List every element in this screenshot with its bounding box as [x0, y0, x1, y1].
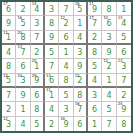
digit: 1 [63, 49, 68, 57]
digit: 7 [20, 49, 25, 57]
digit: 5 [92, 63, 97, 71]
cell-r7c1[interactable]: 7 [2, 88, 16, 102]
cell-r4c4[interactable]: 5 [45, 45, 59, 59]
cell-r1c1[interactable]: 176 [2, 2, 16, 16]
cage-sum: 29 [32, 74, 37, 78]
digit: 1 [20, 106, 25, 114]
cage-sum: 12 [103, 59, 108, 63]
digit: 2 [49, 121, 54, 129]
digit: 2 [20, 6, 25, 14]
digit: 7 [34, 34, 39, 42]
cage-sum: 11 [89, 2, 94, 6]
digit: 9 [20, 92, 25, 100]
digit: 1 [34, 63, 39, 71]
cage-sum: 20 [17, 31, 22, 35]
digit: 5 [6, 77, 11, 85]
cage-sum: 11 [3, 31, 8, 35]
cell-r4c6[interactable]: 3 [74, 45, 88, 59]
cage-sum: 12 [60, 16, 65, 20]
cell-r7c8[interactable]: 4 [102, 88, 116, 102]
cell-r8c5[interactable]: 3 [59, 102, 73, 116]
cage-sum: 16 [60, 117, 65, 121]
digit: 4 [6, 49, 11, 57]
cell-r5c4[interactable]: 7 [45, 59, 59, 73]
digit: 5 [20, 20, 25, 28]
cell-r7c9[interactable]: 2 [117, 88, 131, 102]
cell-r4c2[interactable]: 137 [16, 45, 30, 59]
cell-r6c2[interactable]: 103 [16, 74, 30, 88]
digit: 3 [106, 34, 111, 42]
cell-r8c8[interactable]: 5 [102, 102, 116, 116]
digit: 6 [121, 49, 126, 57]
cell-r9c4[interactable]: 2 [45, 117, 59, 131]
cell-r9c7[interactable]: 1 [88, 117, 102, 131]
digit: 1 [121, 6, 126, 14]
digit: 1 [6, 34, 11, 42]
cell-r6c6[interactable]: 122 [74, 74, 88, 88]
digit: 6 [49, 77, 54, 85]
digit: 4 [106, 92, 111, 100]
digit: 4 [49, 106, 54, 114]
digit: 4 [77, 34, 82, 42]
cage-sum: 16 [17, 16, 22, 20]
cell-r4c8[interactable]: 9 [102, 45, 116, 59]
cell-r9c3[interactable]: 5 [31, 117, 45, 131]
cell-r2c4[interactable]: 8 [45, 16, 59, 30]
digit: 8 [20, 34, 25, 42]
cell-r3c5[interactable]: 6 [59, 31, 73, 45]
cell-r3c1[interactable]: 111 [2, 31, 16, 45]
digit: 2 [6, 106, 11, 114]
digit: 4 [121, 20, 126, 28]
cell-r4c7[interactable]: 8 [88, 45, 102, 59]
digit: 9 [34, 77, 39, 85]
digit: 9 [63, 121, 68, 129]
cage-sum: 17 [3, 2, 8, 6]
cell-r1c4[interactable]: 3 [45, 2, 59, 16]
digit: 6 [34, 92, 39, 100]
cage-sum: 14 [3, 74, 8, 78]
digit: 3 [6, 121, 11, 129]
cell-r2c3[interactable]: 3 [31, 16, 45, 30]
cell-r3c6[interactable]: 4 [74, 31, 88, 45]
cage-sum: 14 [32, 2, 37, 6]
digit: 1 [92, 121, 97, 129]
digit: 6 [20, 63, 25, 71]
digit: 9 [49, 34, 54, 42]
digit: 8 [63, 77, 68, 85]
cell-r5c8[interactable]: 122 [102, 59, 116, 73]
cell-r6c8[interactable]: 1 [102, 74, 116, 88]
digit: 6 [6, 6, 11, 14]
cell-r1c6[interactable]: 165 [74, 2, 88, 16]
digit: 9 [77, 63, 82, 71]
cell-r7c3[interactable]: 6 [31, 88, 45, 102]
digit: 9 [92, 6, 97, 14]
cell-r9c9[interactable]: 8 [117, 117, 131, 131]
digit: 5 [77, 6, 82, 14]
cage-sum: 13 [118, 16, 123, 20]
cell-r5c3[interactable]: 201 [31, 59, 45, 73]
cage-sum: 10 [17, 74, 22, 78]
digit: 5 [34, 121, 39, 129]
digit: 7 [77, 106, 82, 114]
digit: 3 [77, 49, 82, 57]
cell-r4c5[interactable]: 1 [59, 45, 73, 59]
digit: 7 [6, 92, 11, 100]
cell-r2c2[interactable]: 165 [16, 16, 30, 30]
cell-r2c1[interactable]: 9 [2, 16, 16, 30]
cage-sum: 10 [103, 16, 108, 20]
cell-r6c4[interactable]: 136 [45, 74, 59, 88]
cell-r9c1[interactable]: 123 [2, 117, 16, 131]
cell-r9c5[interactable]: 169 [59, 117, 73, 131]
cell-r8c9[interactable]: 249 [117, 102, 131, 116]
digit: 7 [63, 6, 68, 14]
cell-r5c9[interactable]: 133 [117, 59, 131, 73]
digit: 6 [92, 106, 97, 114]
cell-r2c7[interactable]: 177 [88, 16, 102, 30]
cage-sum: 12 [3, 117, 8, 121]
digit: 8 [49, 20, 54, 28]
digit: 2 [63, 20, 68, 28]
cage-sum: 24 [118, 102, 123, 106]
digit: 9 [121, 106, 126, 114]
cell-r8c1[interactable]: 2 [2, 102, 16, 116]
digit: 5 [121, 34, 126, 42]
digit: 5 [63, 92, 68, 100]
cell-r1c2[interactable]: 2 [16, 2, 30, 16]
digit: 3 [92, 92, 97, 100]
cage-sum: 16 [75, 102, 80, 106]
cell-r7c2[interactable]: 9 [16, 88, 30, 102]
cage-sum: 16 [75, 2, 80, 6]
cell-r8c2[interactable]: 1 [16, 102, 30, 116]
cell-r7c7[interactable]: 3 [88, 88, 102, 102]
digit: 7 [121, 77, 126, 85]
cell-r5c2[interactable]: 6 [16, 59, 30, 73]
cell-r9c6[interactable]: 6 [74, 117, 88, 131]
cage-sum: 13 [118, 59, 123, 63]
cell-r7c4[interactable]: 111 [45, 88, 59, 102]
cell-r2c9[interactable]: 134 [117, 16, 131, 30]
cell-r8c6[interactable]: 167 [74, 102, 88, 116]
cell-r2c8[interactable]: 106 [102, 16, 116, 30]
digit: 7 [92, 20, 97, 28]
cell-r6c1[interactable]: 145 [2, 74, 16, 88]
cell-r8c3[interactable]: 8 [31, 102, 45, 116]
cage-sum: 13 [17, 45, 22, 49]
digit: 2 [77, 77, 82, 85]
digit: 6 [77, 121, 82, 129]
digit: 7 [49, 63, 54, 71]
cage-sum: 13 [46, 74, 51, 78]
digit: 2 [34, 49, 39, 57]
cell-r3c2[interactable]: 208 [16, 31, 30, 45]
cell-r9c2[interactable]: 4 [16, 117, 30, 131]
cell-r4c3[interactable]: 2 [31, 45, 45, 59]
digit: 1 [106, 77, 111, 85]
cell-r9c8[interactable]: 7 [102, 117, 116, 131]
digit: 1 [77, 20, 82, 28]
cell-r5c1[interactable]: 8 [2, 59, 16, 73]
digit: 4 [63, 63, 68, 71]
cell-r3c9[interactable]: 5 [117, 31, 131, 45]
digit: 5 [106, 106, 111, 114]
digit: 4 [20, 121, 25, 129]
cell-r4c9[interactable]: 6 [117, 45, 131, 59]
cell-r3c7[interactable]: 2 [88, 31, 102, 45]
digit: 3 [121, 63, 126, 71]
cell-r5c5[interactable]: 4 [59, 59, 73, 73]
cell-r6c7[interactable]: 4 [88, 74, 102, 88]
digit: 6 [63, 34, 68, 42]
cage-sum: 11 [46, 88, 51, 92]
cell-r6c5[interactable]: 8 [59, 74, 73, 88]
cell-r1c5[interactable]: 7 [59, 2, 73, 16]
cell-r3c8[interactable]: 3 [102, 31, 116, 45]
cell-r5c6[interactable]: 9 [74, 59, 88, 73]
digit: 3 [49, 6, 54, 14]
cell-r7c5[interactable]: 5 [59, 88, 73, 102]
digit: 4 [34, 6, 39, 14]
digit: 4 [92, 77, 97, 85]
cell-r3c3[interactable]: 7 [31, 31, 45, 45]
digit: 6 [106, 20, 111, 28]
digit: 8 [6, 63, 11, 71]
cell-r4c1[interactable]: 4 [2, 45, 16, 59]
cell-r8c4[interactable]: 4 [45, 102, 59, 116]
digit: 8 [34, 106, 39, 114]
cage-sum: 17 [89, 16, 94, 20]
cage-sum: 12 [75, 74, 80, 78]
digit: 9 [106, 49, 111, 57]
digit: 8 [121, 121, 126, 129]
cell-r6c9[interactable]: 7 [117, 74, 131, 88]
cell-r2c5[interactable]: 122 [59, 16, 73, 30]
sudoku-board: 1762144371651198191653812211771061341112… [0, 0, 133, 133]
cell-r1c8[interactable]: 8 [102, 2, 116, 16]
digit: 5 [49, 49, 54, 57]
cell-r1c7[interactable]: 119 [88, 2, 102, 16]
digit: 2 [121, 92, 126, 100]
digit: 2 [92, 34, 97, 42]
digit: 2 [106, 63, 111, 71]
digit: 8 [106, 6, 111, 14]
digit: 3 [63, 106, 68, 114]
cell-r6c3[interactable]: 299 [31, 74, 45, 88]
digit: 7 [106, 121, 111, 129]
digit: 3 [34, 20, 39, 28]
cell-r1c9[interactable]: 1 [117, 2, 131, 16]
digit: 3 [20, 77, 25, 85]
digit: 8 [92, 49, 97, 57]
cell-r7c6[interactable]: 8 [74, 88, 88, 102]
cell-r1c3[interactable]: 144 [31, 2, 45, 16]
digit: 1 [49, 92, 54, 100]
cage-sum: 20 [32, 59, 37, 63]
digit: 9 [6, 20, 11, 28]
cell-r3c4[interactable]: 9 [45, 31, 59, 45]
cell-r5c7[interactable]: 5 [88, 59, 102, 73]
cell-r8c7[interactable]: 6 [88, 102, 102, 116]
cell-r2c6[interactable]: 1 [74, 16, 88, 30]
digit: 8 [77, 92, 82, 100]
